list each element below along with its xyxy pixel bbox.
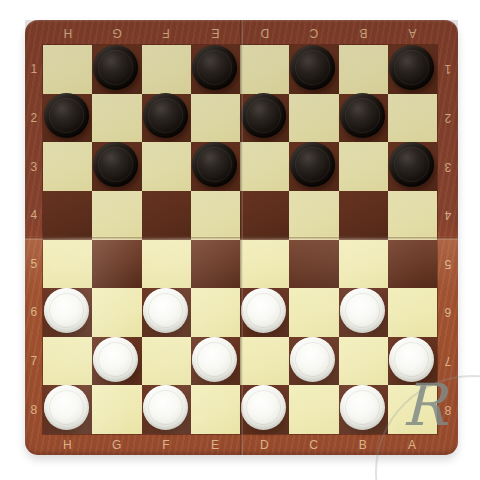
square-E7[interactable] <box>191 337 240 386</box>
square-E5[interactable] <box>191 240 240 289</box>
square-D8[interactable] <box>240 385 289 434</box>
square-C5[interactable] <box>289 240 338 289</box>
file-label-top-E: E <box>211 26 220 40</box>
white-checker-D6[interactable] <box>241 288 286 333</box>
black-checker-A1[interactable] <box>389 45 434 90</box>
square-B5[interactable] <box>339 240 388 289</box>
file-label-bottom-E: E <box>211 438 220 452</box>
square-C2[interactable] <box>289 94 338 143</box>
white-checker-E7[interactable] <box>192 337 237 382</box>
white-checker-B6[interactable] <box>340 288 385 333</box>
square-B3[interactable] <box>339 142 388 191</box>
square-A7[interactable] <box>388 337 437 386</box>
rank-label-left-7: 7 <box>30 354 37 368</box>
square-G1[interactable] <box>92 45 141 94</box>
square-A8[interactable] <box>388 385 437 434</box>
rank-label-right-5: 5 <box>444 257 451 271</box>
file-label-bottom-F: F <box>162 438 170 452</box>
file-label-bottom-A: A <box>408 438 417 452</box>
square-C6[interactable] <box>289 288 338 337</box>
square-A4[interactable] <box>388 191 437 240</box>
rank-label-right-8: 8 <box>444 403 451 417</box>
rank-label-left-3: 3 <box>30 160 37 174</box>
rank-label-left-8: 8 <box>30 403 37 417</box>
square-F5[interactable] <box>142 240 191 289</box>
white-checker-F8[interactable] <box>143 385 188 430</box>
file-label-top-H: H <box>63 26 72 40</box>
square-F6[interactable] <box>142 288 191 337</box>
photo-stage: HGFEDCBA HGFEDCBA 12345678 12345678 R <box>0 0 480 480</box>
board-grid <box>43 45 437 434</box>
square-E1[interactable] <box>191 45 240 94</box>
square-G8[interactable] <box>92 385 141 434</box>
black-checker-A3[interactable] <box>389 142 434 187</box>
rank-label-right-7: 7 <box>444 354 451 368</box>
rank-label-right-1: 1 <box>444 62 451 76</box>
square-D6[interactable] <box>240 288 289 337</box>
file-labels-bottom: HGFEDCBA <box>43 434 437 455</box>
rank-label-right-2: 2 <box>444 111 451 125</box>
black-checker-C3[interactable] <box>290 142 335 187</box>
white-checker-B8[interactable] <box>340 385 385 430</box>
square-F4[interactable] <box>142 191 191 240</box>
square-A2[interactable] <box>388 94 437 143</box>
square-A3[interactable] <box>388 142 437 191</box>
rank-label-right-4: 4 <box>444 208 451 222</box>
square-G2[interactable] <box>92 94 141 143</box>
file-label-bottom-B: B <box>359 438 368 452</box>
square-F2[interactable] <box>142 94 191 143</box>
square-H4[interactable] <box>43 191 92 240</box>
checkers-board: HGFEDCBA HGFEDCBA 12345678 12345678 <box>25 20 458 455</box>
rank-labels-right: 12345678 <box>437 45 458 434</box>
square-G3[interactable] <box>92 142 141 191</box>
file-label-top-D: D <box>260 26 269 40</box>
square-G6[interactable] <box>92 288 141 337</box>
square-C3[interactable] <box>289 142 338 191</box>
file-label-bottom-H: H <box>63 438 72 452</box>
file-label-bottom-D: D <box>260 438 269 452</box>
file-label-top-B: B <box>359 26 368 40</box>
square-H1[interactable] <box>43 45 92 94</box>
file-label-bottom-G: G <box>112 438 122 452</box>
rank-label-right-6: 6 <box>444 305 451 319</box>
square-G5[interactable] <box>92 240 141 289</box>
square-A6[interactable] <box>388 288 437 337</box>
file-label-top-G: G <box>112 26 122 40</box>
square-D7[interactable] <box>240 337 289 386</box>
black-checker-E1[interactable] <box>192 45 237 90</box>
black-checker-G3[interactable] <box>93 142 138 187</box>
square-D5[interactable] <box>240 240 289 289</box>
square-D3[interactable] <box>240 142 289 191</box>
white-checker-G7[interactable] <box>93 337 138 382</box>
black-checker-E3[interactable] <box>192 142 237 187</box>
square-A5[interactable] <box>388 240 437 289</box>
rank-label-left-2: 2 <box>30 111 37 125</box>
black-checker-H2[interactable] <box>44 93 89 138</box>
black-checker-D2[interactable] <box>241 93 286 138</box>
square-E8[interactable] <box>191 385 240 434</box>
square-C7[interactable] <box>289 337 338 386</box>
rank-label-left-5: 5 <box>30 257 37 271</box>
square-H3[interactable] <box>43 142 92 191</box>
square-G7[interactable] <box>92 337 141 386</box>
white-checker-D8[interactable] <box>241 385 286 430</box>
square-B6[interactable] <box>339 288 388 337</box>
square-F8[interactable] <box>142 385 191 434</box>
square-H6[interactable] <box>43 288 92 337</box>
square-C8[interactable] <box>289 385 338 434</box>
square-A1[interactable] <box>388 45 437 94</box>
square-E2[interactable] <box>191 94 240 143</box>
black-checker-G1[interactable] <box>93 45 138 90</box>
square-H8[interactable] <box>43 385 92 434</box>
file-label-bottom-C: C <box>309 438 318 452</box>
square-E6[interactable] <box>191 288 240 337</box>
square-H2[interactable] <box>43 94 92 143</box>
black-checker-F2[interactable] <box>143 93 188 138</box>
rank-label-right-3: 3 <box>444 160 451 174</box>
square-F3[interactable] <box>142 142 191 191</box>
file-label-top-F: F <box>162 26 170 40</box>
square-D2[interactable] <box>240 94 289 143</box>
square-E4[interactable] <box>191 191 240 240</box>
rank-label-left-1: 1 <box>30 62 37 76</box>
square-E3[interactable] <box>191 142 240 191</box>
square-F7[interactable] <box>142 337 191 386</box>
square-D1[interactable] <box>240 45 289 94</box>
file-label-top-A: A <box>408 26 417 40</box>
square-F1[interactable] <box>142 45 191 94</box>
rank-label-left-6: 6 <box>30 305 37 319</box>
white-checker-C7[interactable] <box>290 337 335 382</box>
rank-labels-left: 12345678 <box>25 45 43 434</box>
square-C1[interactable] <box>289 45 338 94</box>
square-B2[interactable] <box>339 94 388 143</box>
white-checker-H6[interactable] <box>44 288 89 333</box>
file-labels-top: HGFEDCBA <box>43 20 437 45</box>
square-B4[interactable] <box>339 191 388 240</box>
black-checker-C1[interactable] <box>290 45 335 90</box>
white-checker-A7[interactable] <box>389 337 434 382</box>
rank-label-left-4: 4 <box>30 208 37 222</box>
square-H5[interactable] <box>43 240 92 289</box>
white-checker-F6[interactable] <box>143 288 188 333</box>
square-B1[interactable] <box>339 45 388 94</box>
square-G4[interactable] <box>92 191 141 240</box>
white-checker-H8[interactable] <box>44 385 89 430</box>
square-D4[interactable] <box>240 191 289 240</box>
square-B7[interactable] <box>339 337 388 386</box>
square-H7[interactable] <box>43 337 92 386</box>
square-C4[interactable] <box>289 191 338 240</box>
black-checker-B2[interactable] <box>340 93 385 138</box>
file-label-top-C: C <box>309 26 318 40</box>
square-B8[interactable] <box>339 385 388 434</box>
